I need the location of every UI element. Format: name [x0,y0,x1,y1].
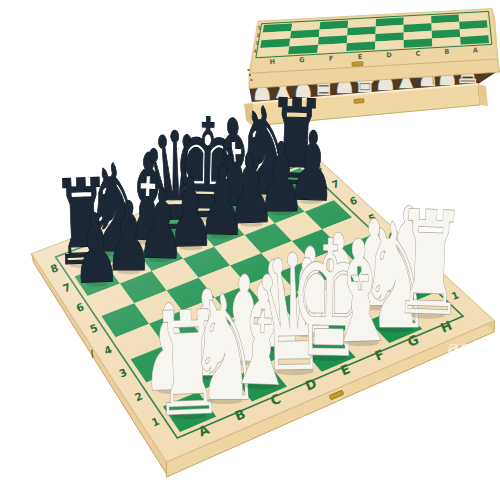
box-front-letter-G: G [299,56,305,64]
box-square [318,36,347,45]
box-square [404,16,432,25]
box-square [404,38,433,47]
box-end-mark [249,74,251,76]
box-square [347,34,376,43]
box-square [459,13,487,22]
box-square [431,15,459,24]
box-square [432,37,461,46]
box-front-letter-F: F [329,54,334,62]
box-lid-clasp [352,62,363,67]
box-square [404,31,432,40]
box-side-number-4: 4 [254,49,257,54]
box-square [317,43,347,53]
box-square [460,35,489,44]
box-square [263,24,292,33]
box-front-letter-H: H [269,58,275,66]
box-square [348,19,376,28]
box-square [432,29,460,38]
box-square [375,32,403,41]
chess-set-product-photo: ♟♝♟♛♟♚♟♝♞♟♜HGFEDCBA1234ABCDEFGH112233445… [0,0,500,500]
box-front-letter-B: B [444,48,449,56]
box-side-number-1: 1 [257,25,260,30]
board-fold-seam [92,350,93,358]
box-side-number-3: 3 [255,41,258,46]
box-square [289,37,319,46]
box-square [288,45,318,55]
box-side-number-2: 2 [256,33,259,38]
box-tray-clasp [354,99,364,104]
box-end-mark [247,69,249,71]
piece-white-rook-h1: ♜ [391,180,469,348]
box-end-mark [250,79,252,81]
box-square [375,40,404,49]
box-front-letter-C: C [415,49,420,57]
box-square [460,28,489,37]
box-front-letter-A: A [473,46,478,54]
box-square [432,22,460,31]
box-square [404,23,432,32]
box-front-letter-E: E [358,53,363,61]
chess-scene-canvas: ♟♝♟♛♟♚♟♝♞♟♜HGFEDCBA1234ABCDEFGH112233445… [0,0,500,500]
